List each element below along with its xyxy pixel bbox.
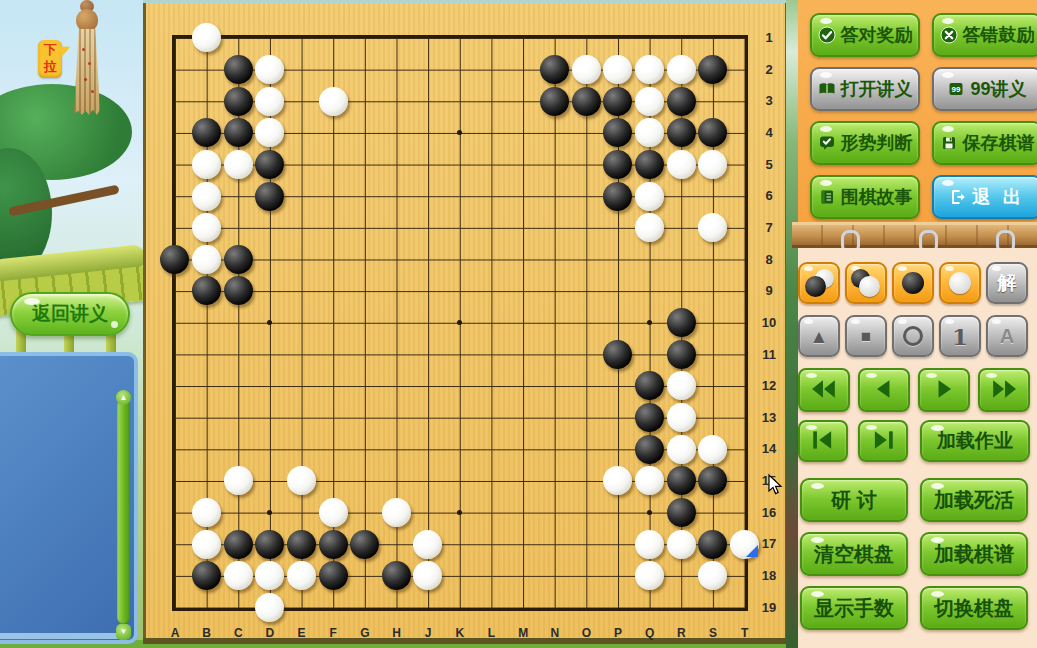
row-label-10: 10 (757, 315, 781, 330)
stone-E17-black[interactable] (287, 530, 316, 559)
column-label-E: E (292, 626, 312, 640)
stone-P4-black[interactable] (603, 118, 632, 147)
stone-F17-black[interactable] (319, 530, 348, 559)
stone-Q18-white[interactable] (635, 561, 664, 590)
lecture-text-panel: ▲ ▼ (0, 352, 138, 644)
row-label-7: 7 (757, 220, 781, 235)
stone-H18-black[interactable] (382, 561, 411, 590)
scroll-down-button[interactable]: ▼ (116, 624, 131, 640)
load-homework-button[interactable]: 加载作业 (920, 420, 1030, 462)
stone-S4-black[interactable] (698, 118, 727, 147)
stone-F18-black[interactable] (319, 561, 348, 590)
column-label-K: K (450, 626, 470, 640)
row-label-16: 16 (757, 505, 781, 520)
column-label-G: G (355, 626, 375, 640)
discuss-button[interactable]: 研 讨 (800, 478, 908, 522)
row-label-2: 2 (757, 62, 781, 77)
answer-label: 解 (998, 270, 1017, 296)
button-label: 围棋故事 (841, 185, 913, 209)
load-kifu-button[interactable]: 加载棋谱 (920, 532, 1028, 576)
stone-J18-white[interactable] (413, 561, 442, 590)
go-teaching-app: 下拉 返回讲义 ▲ ▼ ABCDEFGHJKLMNOPQRST 12345678… (0, 0, 1037, 648)
button-label: 打开讲义 (841, 77, 913, 101)
board-edge (143, 3, 146, 644)
stone-O3-black[interactable] (572, 87, 601, 116)
stone-B6-white[interactable] (192, 182, 221, 211)
column-label-T: T (735, 626, 755, 640)
row-label-12: 12 (757, 378, 781, 393)
stone-B16-white[interactable] (192, 498, 221, 527)
triangle-marker-tool[interactable]: ▲ (798, 315, 840, 357)
stone-C5-white[interactable] (224, 150, 253, 179)
stone-B8-white[interactable] (192, 245, 221, 274)
row-label-13: 13 (757, 410, 781, 425)
button-label: 显示手数 (814, 595, 894, 622)
stone-D17-black[interactable] (255, 530, 284, 559)
square-marker-tool[interactable]: ■ (845, 315, 887, 357)
column-label-Q: Q (640, 626, 660, 640)
stone-P5-black[interactable] (603, 150, 632, 179)
stone-H16-white[interactable] (382, 498, 411, 527)
stone-F16-white[interactable] (319, 498, 348, 527)
stone-Q15-white[interactable] (635, 466, 664, 495)
column-label-D: D (260, 626, 280, 640)
stone-C3-black[interactable] (224, 87, 253, 116)
column-label-N: N (545, 626, 565, 640)
circle-marker-tool[interactable] (892, 315, 934, 357)
black-with-white-stone-icon (805, 276, 826, 297)
stone-B1-white[interactable] (192, 23, 221, 52)
row-label-18: 18 (757, 568, 781, 583)
button-label: 答对奖励 (841, 23, 913, 47)
clear-board-button[interactable]: 清空棋盘 (800, 532, 908, 576)
step-backward-icon (871, 380, 897, 401)
stone-R11-black[interactable] (667, 340, 696, 369)
stone-Q2-white[interactable] (635, 55, 664, 84)
stone-R17-white[interactable] (667, 530, 696, 559)
button-label: 形势判断 (841, 131, 913, 155)
stone-O2-white[interactable] (572, 55, 601, 84)
stone-D2-white[interactable] (255, 55, 284, 84)
stone-S2-black[interactable] (698, 55, 727, 84)
stone-Q3-white[interactable] (635, 87, 664, 116)
top-buttons-section: 答对奖励答错鼓励打开讲义9999讲义形势判断保存棋谱围棋故事退 出 (798, 0, 1037, 224)
stone-R14-white[interactable] (667, 435, 696, 464)
stone-B4-black[interactable] (192, 118, 221, 147)
stone-A8-black[interactable] (160, 245, 189, 274)
top-buttons-grid: 答对奖励答错鼓励打开讲义9999讲义形势判断保存棋谱围棋故事退 出 (810, 13, 1037, 219)
to-end-button[interactable] (858, 420, 908, 462)
tassel-fringe (74, 29, 100, 115)
stone-E18-white[interactable] (287, 561, 316, 590)
letter-marker-icon: A (1000, 326, 1014, 346)
stone-J17-white[interactable] (413, 530, 442, 559)
stone-B7-white[interactable] (192, 213, 221, 242)
stone-S14-white[interactable] (698, 435, 727, 464)
column-label-A: A (165, 626, 185, 640)
stone-R10-black[interactable] (667, 308, 696, 337)
column-label-J: J (418, 626, 438, 640)
stone-N3-black[interactable] (540, 87, 569, 116)
to-start-icon (810, 431, 836, 452)
column-label-P: P (608, 626, 628, 640)
button-label: 切换棋盘 (934, 595, 1014, 622)
stone-B9-black[interactable] (192, 276, 221, 305)
step-forward-button[interactable] (918, 368, 970, 412)
stone-R4-black[interactable] (667, 118, 696, 147)
stone-R15-black[interactable] (667, 466, 696, 495)
stone-R16-black[interactable] (667, 498, 696, 527)
answer-wrong-encourage-button[interactable]: 答错鼓励 (932, 13, 1037, 57)
white-stone-tool[interactable] (939, 262, 981, 304)
row-label-11: 11 (757, 347, 781, 362)
step-forward-icon (931, 380, 957, 401)
row-label-9: 9 (757, 283, 781, 298)
button-label: 保存棋谱 (963, 131, 1035, 155)
step-backward-button[interactable] (858, 368, 910, 412)
scroll-up-button[interactable]: ▲ (116, 390, 131, 405)
tassel-dots (82, 48, 85, 51)
black-stone-icon (902, 272, 924, 294)
stone-T17-white-last-move[interactable] (730, 530, 759, 559)
row-label-5: 5 (757, 157, 781, 172)
button-label: 清空棋盘 (814, 541, 894, 568)
x-circle-icon (940, 26, 958, 44)
stone-D3-white[interactable] (255, 87, 284, 116)
square-marker-icon: ■ (861, 328, 871, 345)
stone-C9-black[interactable] (224, 276, 253, 305)
stone-D5-black[interactable] (255, 150, 284, 179)
stone-P15-white[interactable] (603, 466, 632, 495)
bubble-check-icon (818, 134, 836, 152)
stone-P2-white[interactable] (603, 55, 632, 84)
white-with-black-stone-icon (859, 276, 880, 297)
stone-S5-white[interactable] (698, 150, 727, 179)
button-label: 99讲义 (970, 77, 1026, 101)
fast-backward-button[interactable] (798, 368, 850, 412)
position-judgement-button[interactable]: 形势判断 (810, 121, 920, 165)
row-label-14: 14 (757, 441, 781, 456)
stone-S18-white[interactable] (698, 561, 727, 590)
answer-tool[interactable]: 解 (986, 262, 1028, 304)
row-label-4: 4 (757, 125, 781, 140)
stone-Q4-white[interactable] (635, 118, 664, 147)
stone-grid[interactable] (159, 22, 760, 623)
fast-forward-button[interactable] (978, 368, 1030, 412)
exit-button[interactable]: 退 出 (932, 175, 1037, 219)
column-label-H: H (387, 626, 407, 640)
exit-icon (949, 188, 967, 206)
number-marker-icon: 1 (952, 325, 968, 348)
stone-C18-white[interactable] (224, 561, 253, 590)
action-buttons-grid: 研 讨加载死活清空棋盘加载棋谱显示手数切换棋盘 (800, 478, 1028, 630)
button-label: 加载棋谱 (934, 541, 1014, 568)
row-label-17: 17 (757, 536, 781, 551)
open-book-icon (818, 80, 836, 98)
stone-B17-white[interactable] (192, 530, 221, 559)
stone-E15-white[interactable] (287, 466, 316, 495)
tassel-pull-handle[interactable] (72, 0, 102, 116)
story-book-icon (818, 188, 836, 206)
panel-bottom-strip (0, 633, 118, 639)
save-kifu-button[interactable]: 保存棋谱 (932, 121, 1037, 165)
switch-board-button[interactable]: 切换棋盘 (920, 586, 1028, 630)
stone-Q14-black[interactable] (635, 435, 664, 464)
stone-B18-black[interactable] (192, 561, 221, 590)
stone-B5-white[interactable] (192, 150, 221, 179)
go-story-button[interactable]: 围棋故事 (810, 175, 920, 219)
grass-decoration (143, 644, 788, 648)
button-label: 加载作业 (937, 428, 1013, 454)
stone-C4-black[interactable] (224, 118, 253, 147)
fast-forward-icon (991, 380, 1017, 401)
black-stone-tool[interactable] (892, 262, 934, 304)
fast-backward-icon (811, 380, 837, 401)
scrollbar[interactable]: ▲ ▼ (116, 392, 132, 636)
stone-D19-white[interactable] (255, 593, 284, 622)
stone-C8-black[interactable] (224, 245, 253, 274)
check-circle-icon (818, 26, 836, 44)
answer-correct-reward-button[interactable]: 答对奖励 (810, 13, 920, 57)
left-scenery-panel: 下拉 返回讲义 ▲ ▼ (0, 0, 143, 648)
top-strip (143, 0, 788, 3)
column-label-F: F (323, 626, 343, 640)
column-label-L: L (482, 626, 502, 640)
stone-Q7-white[interactable] (635, 213, 664, 242)
goban-area[interactable]: ABCDEFGHJKLMNOPQRST 12345678910111213141… (143, 0, 788, 648)
stone-F3-white[interactable] (319, 87, 348, 116)
column-label-S: S (703, 626, 723, 640)
back-to-lecture-button[interactable]: 返回讲义 (10, 292, 130, 336)
stone-S17-black[interactable] (698, 530, 727, 559)
number-marker-tool[interactable]: 1 (939, 315, 981, 357)
column-label-C: C (228, 626, 248, 640)
column-label-M: M (513, 626, 533, 640)
to-start-button[interactable] (798, 420, 848, 462)
button-label: 退 出 (972, 185, 1025, 209)
stone-P11-black[interactable] (603, 340, 632, 369)
mouse-cursor (768, 474, 784, 496)
row-label-1: 1 (757, 30, 781, 45)
row-label-6: 6 (757, 188, 781, 203)
stone-R12-white[interactable] (667, 371, 696, 400)
tassel-gourd (76, 9, 98, 32)
alternate-black-first-tool[interactable] (798, 262, 840, 304)
right-control-panel: 答对奖励答错鼓励打开讲义9999讲义形势判断保存棋谱围棋故事退 出 解▲■1A加… (786, 0, 1037, 648)
lecture-99-button[interactable]: 9999讲义 (932, 67, 1037, 111)
stone-R3-black[interactable] (667, 87, 696, 116)
column-label-O: O (576, 626, 596, 640)
svg-text:99: 99 (952, 85, 961, 94)
pull-down-tab[interactable]: 下拉 (38, 40, 62, 78)
stone-P3-black[interactable] (603, 87, 632, 116)
book-99-icon: 99 (947, 80, 965, 98)
stone-Q17-white[interactable] (635, 530, 664, 559)
stone-Q5-black[interactable] (635, 150, 664, 179)
circle-marker-icon (903, 326, 923, 346)
row-label-3: 3 (757, 93, 781, 108)
floppy-icon (940, 134, 958, 152)
alternate-white-first-tool[interactable] (845, 262, 887, 304)
row-label-19: 19 (757, 600, 781, 615)
triangle-marker-icon: ▲ (810, 327, 829, 346)
stone-D18-white[interactable] (255, 561, 284, 590)
scrollbar-track[interactable] (117, 399, 130, 624)
letter-marker-tool[interactable]: A (986, 315, 1028, 357)
stone-Q6-white[interactable] (635, 182, 664, 211)
stone-R5-white[interactable] (667, 150, 696, 179)
last-move-marker-icon (746, 545, 758, 557)
stone-R2-white[interactable] (667, 55, 696, 84)
stone-P6-black[interactable] (603, 182, 632, 211)
tools-section: 解▲■1A加载作业研 讨加载死活清空棋盘加载棋谱显示手数切换棋盘 (798, 248, 1037, 648)
stone-N2-black[interactable] (540, 55, 569, 84)
stone-Q13-black[interactable] (635, 403, 664, 432)
stone-S15-black[interactable] (698, 466, 727, 495)
stone-C2-black[interactable] (224, 55, 253, 84)
button-label: 加载死活 (934, 487, 1014, 514)
row-label-8: 8 (757, 252, 781, 267)
load-life-death-button[interactable]: 加载死活 (920, 478, 1028, 522)
stone-C17-black[interactable] (224, 530, 253, 559)
button-label: 研 讨 (831, 487, 877, 514)
button-label: 答错鼓励 (963, 23, 1035, 47)
stone-G17-black[interactable] (350, 530, 379, 559)
open-lecture-button[interactable]: 打开讲义 (810, 67, 920, 111)
to-end-icon (870, 431, 896, 452)
column-label-R: R (671, 626, 691, 640)
stone-Q12-black[interactable] (635, 371, 664, 400)
stone-S7-white[interactable] (698, 213, 727, 242)
stone-C15-white[interactable] (224, 466, 253, 495)
white-stone-icon (949, 272, 971, 294)
stone-R13-white[interactable] (667, 403, 696, 432)
column-label-B: B (197, 626, 217, 640)
stone-D6-black[interactable] (255, 182, 284, 211)
stone-D4-white[interactable] (255, 118, 284, 147)
show-move-numbers-button[interactable]: 显示手数 (800, 586, 908, 630)
